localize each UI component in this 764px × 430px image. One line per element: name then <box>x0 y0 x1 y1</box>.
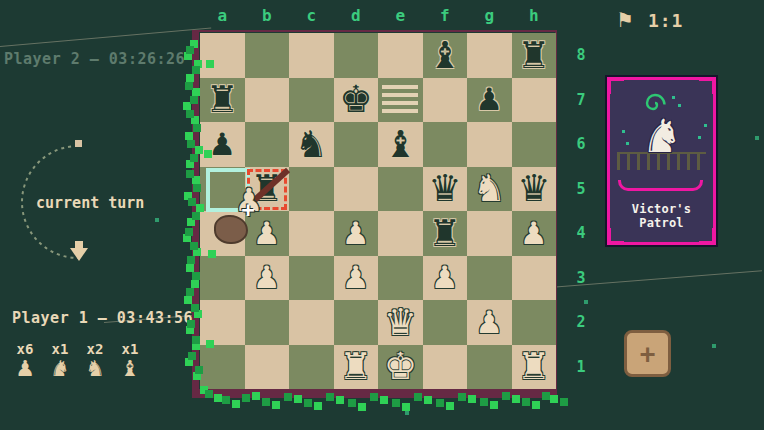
match-score: ⚑ 1:1 <box>616 8 683 32</box>
flag-icon: ⚑ <box>616 8 634 32</box>
rank-label-1: 1 <box>570 345 592 390</box>
vine-decoration <box>0 0 8 8</box>
square-f1[interactable] <box>423 345 468 390</box>
sparkle-dot <box>678 104 681 107</box>
square-g3[interactable] <box>467 256 512 301</box>
file-label-g: g <box>467 6 512 25</box>
current-turn-label: current turn <box>36 194 144 212</box>
file-labels: abcdefgh <box>200 6 556 25</box>
sparkle-dot <box>672 96 675 99</box>
vine-decoration <box>0 0 8 8</box>
barricade-object <box>382 85 418 113</box>
knight-icon: ♞ <box>641 113 682 159</box>
square-d2[interactable] <box>334 300 379 345</box>
square-d6[interactable] <box>334 122 379 167</box>
square-f2[interactable] <box>423 300 468 345</box>
pawn-white: ♟ <box>475 307 503 338</box>
square-f6[interactable] <box>423 122 468 167</box>
move-cursor-icon: + <box>242 199 255 221</box>
knight-icon: ♞ <box>50 357 70 381</box>
card-corner <box>699 228 716 245</box>
reserve-count: x1 <box>122 341 139 357</box>
square-e4[interactable] <box>378 211 423 256</box>
knight-black: ♞ <box>295 126 328 163</box>
square-g8[interactable] <box>467 33 512 78</box>
square-f3[interactable]: ♟ <box>423 256 468 301</box>
reserve-group-knight2[interactable]: x2 ♞ <box>82 341 108 381</box>
square-b8[interactable] <box>245 33 290 78</box>
square-c1[interactable] <box>289 345 334 390</box>
square-h3[interactable] <box>512 256 557 301</box>
square-e8[interactable] <box>378 33 423 78</box>
square-b7[interactable] <box>245 78 290 123</box>
square-c7[interactable] <box>289 78 334 123</box>
pawn-white: ♟ <box>431 262 459 293</box>
reserve-group-bishop[interactable]: x1 ♝ <box>117 341 143 381</box>
square-h6[interactable] <box>512 122 557 167</box>
sparkle-dot <box>698 136 701 139</box>
card-title: Victor's Patrol <box>610 202 713 230</box>
square-c5[interactable] <box>289 167 334 212</box>
square-h4[interactable]: ♟ <box>512 211 557 256</box>
square-c8[interactable] <box>289 33 334 78</box>
king-white: ♚ <box>384 348 417 385</box>
file-label-e: e <box>378 6 423 25</box>
turn-arrow-icon <box>70 248 88 261</box>
square-d7[interactable]: ♚ <box>334 78 379 123</box>
square-h5[interactable]: ♛ <box>512 167 557 212</box>
spell-card[interactable]: ♞ Victor's Patrol <box>607 77 716 245</box>
rank-label-5: 5 <box>570 167 592 212</box>
file-label-c: c <box>289 6 334 25</box>
square-b1[interactable] <box>245 345 290 390</box>
piece-reserve: x6 ♟ x1 ♞ x2 ♞ x1 ♝ <box>12 341 143 381</box>
square-e6[interactable]: ♝ <box>378 122 423 167</box>
pawn-white: ♟ <box>342 218 370 249</box>
sparkle-dot <box>622 130 625 133</box>
game-screen: abcdefgh 87654321 ♝♜♜♚♟♟♞♝♜♛♞♛♟♟♜♟♟♟♟♛♟♜… <box>0 0 764 430</box>
square-c4[interactable] <box>289 211 334 256</box>
square-e3[interactable] <box>378 256 423 301</box>
sparkle-dot <box>155 218 159 222</box>
file-label-a: a <box>200 6 245 25</box>
pawn-white: ♟ <box>253 262 281 293</box>
square-b6[interactable] <box>245 122 290 167</box>
square-g7[interactable]: ♟ <box>467 78 512 123</box>
square-g4[interactable] <box>467 211 512 256</box>
rank-labels: 87654321 <box>570 33 592 389</box>
card-art: ♞ <box>614 84 709 176</box>
pawn-white: ♟ <box>342 262 370 293</box>
add-card-button[interactable]: + <box>624 330 671 377</box>
reserve-group-pawn[interactable]: x6 ♟ <box>12 341 38 381</box>
square-g6[interactable] <box>467 122 512 167</box>
rook-black: ♜ <box>428 215 461 252</box>
square-a7[interactable]: ♜ <box>200 78 245 123</box>
bishop-black: ♝ <box>384 126 417 163</box>
sparkle-dot <box>755 136 759 140</box>
player1-timer: Player 1 — 03:43:56 <box>12 309 193 327</box>
square-f5[interactable]: ♛ <box>423 167 468 212</box>
rook-white: ♜ <box>339 348 372 385</box>
queen-white: ♛ <box>384 304 417 341</box>
rook-white: ♜ <box>517 348 550 385</box>
pawn-white: ♟ <box>520 218 548 249</box>
sparkle-dot <box>626 142 629 145</box>
sparkle-dot <box>405 411 409 415</box>
square-f4[interactable]: ♜ <box>423 211 468 256</box>
square-g1[interactable] <box>467 345 512 390</box>
file-label-b: b <box>245 6 290 25</box>
square-g5[interactable]: ♞ <box>467 167 512 212</box>
square-d5[interactable] <box>334 167 379 212</box>
chess-board: ♝♜♜♚♟♟♞♝♜♛♞♛♟♟♜♟♟♟♟♛♟♜♚♜ ♟ + <box>200 33 556 389</box>
rank-label-2: 2 <box>570 300 592 345</box>
sparkle-dot <box>704 124 707 127</box>
square-a8[interactable] <box>200 33 245 78</box>
file-label-d: d <box>334 6 379 25</box>
reserve-count: x2 <box>87 341 104 357</box>
rook-black: ♜ <box>517 37 550 74</box>
square-a6[interactable]: ♟ <box>200 122 245 167</box>
pawn-black: ♟ <box>475 84 503 115</box>
reserve-count: x6 <box>17 341 34 357</box>
square-h8[interactable]: ♜ <box>512 33 557 78</box>
rank-label-3: 3 <box>570 256 592 301</box>
file-label-f: f <box>423 6 468 25</box>
square-a3[interactable] <box>200 256 245 301</box>
bishop-black: ♝ <box>428 37 461 74</box>
file-label-h: h <box>512 6 557 25</box>
square-a1[interactable] <box>200 345 245 390</box>
square-b3[interactable]: ♟ <box>245 256 290 301</box>
rook-black: ♜ <box>206 81 239 118</box>
square-d1[interactable]: ♜ <box>334 345 379 390</box>
knight-icon: ♞ <box>85 357 105 381</box>
king-black: ♚ <box>339 81 372 118</box>
square-a2[interactable] <box>200 300 245 345</box>
pawn-black: ♟ <box>208 129 236 160</box>
square-e1[interactable]: ♚ <box>378 345 423 390</box>
reserve-group-knight[interactable]: x1 ♞ <box>47 341 73 381</box>
reserve-count: x1 <box>52 341 69 357</box>
queen-black: ♛ <box>517 170 550 207</box>
arc-start-marker <box>75 140 82 147</box>
square-h1[interactable]: ♜ <box>512 345 557 390</box>
sparkle-dot <box>712 344 716 348</box>
square-c6[interactable]: ♞ <box>289 122 334 167</box>
square-d3[interactable]: ♟ <box>334 256 379 301</box>
square-d4[interactable]: ♟ <box>334 211 379 256</box>
rank-label-6: 6 <box>570 122 592 167</box>
square-h7[interactable] <box>512 78 557 123</box>
rank-label-8: 8 <box>570 33 592 78</box>
pawn-icon: ♟ <box>15 357 35 381</box>
rank-label-4: 4 <box>570 211 592 256</box>
square-c3[interactable] <box>289 256 334 301</box>
turn-indicator: current turn <box>18 140 148 276</box>
knight-white: ♞ <box>473 170 506 207</box>
player2-timer: Player 2 — 03:26:26 <box>4 50 185 68</box>
score-value: 1:1 <box>648 10 684 31</box>
square-b2[interactable] <box>245 300 290 345</box>
rank-label-7: 7 <box>570 78 592 123</box>
square-c2[interactable] <box>289 300 334 345</box>
card-corner <box>607 228 624 245</box>
bishop-icon: ♝ <box>120 357 140 381</box>
square-h2[interactable] <box>512 300 557 345</box>
card-divider <box>618 180 703 191</box>
square-f7[interactable] <box>423 78 468 123</box>
square-e5[interactable] <box>378 167 423 212</box>
pawn-white: ♟ <box>253 218 281 249</box>
square-e2[interactable]: ♛ <box>378 300 423 345</box>
square-g2[interactable]: ♟ <box>467 300 512 345</box>
square-d8[interactable] <box>334 33 379 78</box>
decorative-thread <box>0 28 211 47</box>
queen-black: ♛ <box>428 170 461 207</box>
square-f8[interactable]: ♝ <box>423 33 468 78</box>
